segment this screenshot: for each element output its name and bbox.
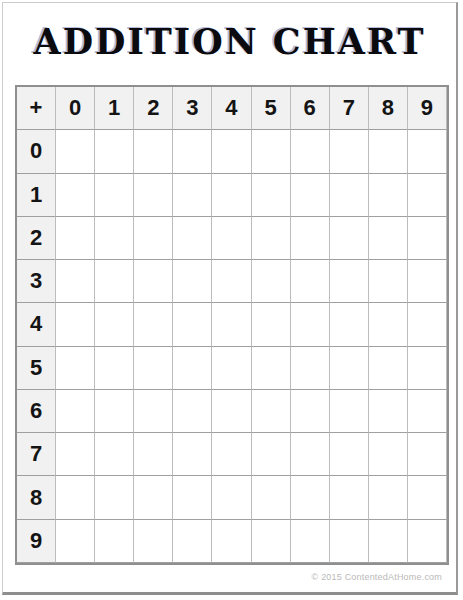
sum-cell <box>212 476 251 519</box>
sum-cell <box>173 390 212 433</box>
sum-cell <box>56 347 95 390</box>
sum-cell <box>330 217 369 260</box>
sum-cell <box>173 476 212 519</box>
sum-cell <box>212 130 251 173</box>
sum-cell <box>95 174 134 217</box>
sum-cell <box>212 390 251 433</box>
sum-cell <box>212 174 251 217</box>
col-header-cell: 0 <box>56 87 95 130</box>
sum-cell <box>95 347 134 390</box>
sum-cell <box>369 347 408 390</box>
sum-cell <box>95 390 134 433</box>
sum-cell <box>95 433 134 476</box>
col-header-cell: 7 <box>330 87 369 130</box>
sum-cell <box>56 390 95 433</box>
sum-cell <box>369 476 408 519</box>
sum-cell <box>56 303 95 346</box>
row-header-cell: 1 <box>17 174 56 217</box>
sum-cell <box>291 174 330 217</box>
col-header-cell: 3 <box>173 87 212 130</box>
sum-cell <box>330 130 369 173</box>
sum-cell <box>134 174 173 217</box>
sum-cell <box>330 303 369 346</box>
sum-cell <box>134 433 173 476</box>
row-header-cell: 3 <box>17 260 56 303</box>
sum-cell <box>330 476 369 519</box>
sum-cell <box>56 476 95 519</box>
sum-cell <box>252 303 291 346</box>
sum-cell <box>173 174 212 217</box>
sum-cell <box>408 303 447 346</box>
sum-cell <box>173 217 212 260</box>
sum-cell <box>56 217 95 260</box>
sum-cell <box>291 260 330 303</box>
sum-cell <box>252 433 291 476</box>
worksheet-page: ADDITION CHART +01234567890123456789 © 2… <box>2 2 458 595</box>
sum-cell <box>252 476 291 519</box>
row-header-cell: 9 <box>17 520 56 563</box>
sum-cell <box>408 130 447 173</box>
sum-cell <box>95 476 134 519</box>
sum-cell <box>408 217 447 260</box>
page-title: ADDITION CHART <box>3 21 456 62</box>
col-header-cell: 2 <box>134 87 173 130</box>
sum-cell <box>56 130 95 173</box>
sum-cell <box>252 347 291 390</box>
sum-cell <box>95 130 134 173</box>
sum-cell <box>291 476 330 519</box>
sum-cell <box>369 130 408 173</box>
sum-cell <box>95 520 134 563</box>
col-header-cell: 5 <box>252 87 291 130</box>
sum-cell <box>252 520 291 563</box>
sum-cell <box>408 260 447 303</box>
sum-cell <box>369 520 408 563</box>
sum-cell <box>134 303 173 346</box>
row-header-cell: 5 <box>17 347 56 390</box>
row-header-cell: 0 <box>17 130 56 173</box>
sum-cell <box>95 217 134 260</box>
sum-cell <box>408 476 447 519</box>
sum-cell <box>95 260 134 303</box>
sum-cell <box>56 174 95 217</box>
sum-cell <box>134 520 173 563</box>
sum-cell <box>369 260 408 303</box>
sum-cell <box>212 520 251 563</box>
sum-cell <box>291 433 330 476</box>
sum-cell <box>330 390 369 433</box>
sum-cell <box>134 217 173 260</box>
sum-cell <box>173 347 212 390</box>
col-header-cell: 1 <box>95 87 134 130</box>
sum-cell <box>173 520 212 563</box>
sum-cell <box>369 217 408 260</box>
sum-cell <box>173 303 212 346</box>
sum-cell <box>252 260 291 303</box>
sum-cell <box>95 303 134 346</box>
sum-cell <box>369 390 408 433</box>
sum-cell <box>291 130 330 173</box>
sum-cell <box>330 433 369 476</box>
col-header-cell: 8 <box>369 87 408 130</box>
sum-cell <box>212 260 251 303</box>
sum-cell <box>408 347 447 390</box>
sum-cell <box>252 390 291 433</box>
sum-cell <box>173 260 212 303</box>
sum-cell <box>369 174 408 217</box>
sum-cell <box>330 347 369 390</box>
sum-cell <box>330 520 369 563</box>
sum-cell <box>291 520 330 563</box>
sum-cell <box>134 476 173 519</box>
sum-cell <box>134 390 173 433</box>
sum-cell <box>252 174 291 217</box>
col-header-cell: 9 <box>408 87 447 130</box>
sum-cell <box>212 217 251 260</box>
sum-cell <box>212 347 251 390</box>
sum-cell <box>369 303 408 346</box>
row-header-cell: 2 <box>17 217 56 260</box>
copyright-text: © 2015 ContentedAtHome.com <box>312 572 442 582</box>
sum-cell <box>369 433 408 476</box>
sum-cell <box>252 217 291 260</box>
sum-cell <box>56 260 95 303</box>
row-header-cell: 7 <box>17 433 56 476</box>
sum-cell <box>212 433 251 476</box>
sum-cell <box>252 130 291 173</box>
sum-cell <box>134 347 173 390</box>
sum-cell <box>173 130 212 173</box>
col-header-cell: 4 <box>212 87 251 130</box>
row-header-cell: 4 <box>17 303 56 346</box>
sum-cell <box>408 174 447 217</box>
sum-cell <box>56 520 95 563</box>
sum-cell <box>291 217 330 260</box>
sum-cell <box>408 520 447 563</box>
sum-cell <box>330 174 369 217</box>
sum-cell <box>291 303 330 346</box>
sum-cell <box>173 433 212 476</box>
row-header-cell: 8 <box>17 476 56 519</box>
sum-cell <box>291 347 330 390</box>
sum-cell <box>408 390 447 433</box>
sum-cell <box>134 130 173 173</box>
row-header-cell: 6 <box>17 390 56 433</box>
operator-cell: + <box>17 87 56 130</box>
sum-cell <box>134 260 173 303</box>
sum-cell <box>408 433 447 476</box>
sum-cell <box>56 433 95 476</box>
addition-grid: +01234567890123456789 <box>15 85 449 565</box>
sum-cell <box>291 390 330 433</box>
sum-cell <box>212 303 251 346</box>
col-header-cell: 6 <box>291 87 330 130</box>
sum-cell <box>330 260 369 303</box>
